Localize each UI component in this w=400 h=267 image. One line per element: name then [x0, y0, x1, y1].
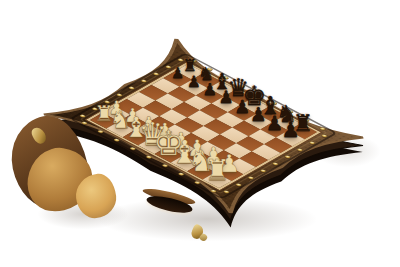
piece-black-pawn[interactable]: ♟ — [202, 82, 217, 99]
piece-black-pawn[interactable]: ♟ — [218, 90, 234, 107]
piece-black-pawn[interactable]: ♟ — [250, 105, 267, 124]
piece-black-pawn[interactable]: ♟ — [234, 97, 250, 115]
product-photo-scene: ♜♞♝♛♚♝♞♜♟♟♟♟♟♟♟♟♟♟♟♟♟♟♟♟♜♞♝♛♚♝♞♜ — [0, 0, 400, 267]
piece-black-pawn[interactable]: ♟ — [187, 74, 201, 90]
piece-black-pawn[interactable]: ♟ — [171, 66, 184, 81]
piece-white-rook[interactable]: ♜ — [204, 156, 230, 185]
piece-black-pawn[interactable]: ♟ — [281, 121, 300, 142]
